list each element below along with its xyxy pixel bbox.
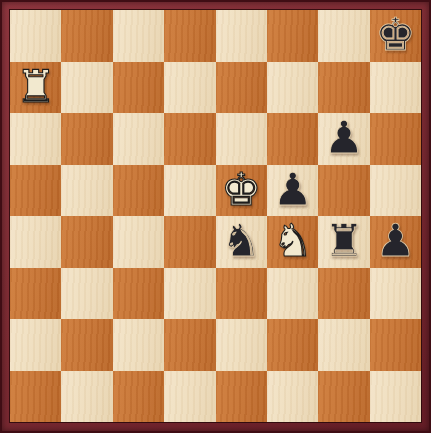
square-a2[interactable] [10,319,61,371]
square-b4[interactable] [61,216,112,268]
square-a8[interactable] [10,10,61,62]
square-b3[interactable] [61,268,112,320]
square-f3[interactable] [267,268,318,320]
square-d8[interactable] [164,10,215,62]
square-c3[interactable] [113,268,164,320]
square-f4[interactable]: ♞ [267,216,318,268]
square-d5[interactable] [164,165,215,217]
square-g5[interactable] [318,165,369,217]
black-pawn[interactable]: ♟ [324,115,364,160]
black-pawn[interactable]: ♟ [272,167,312,212]
square-b8[interactable] [61,10,112,62]
square-b5[interactable] [61,165,112,217]
square-d1[interactable] [164,371,215,423]
black-knight[interactable]: ♞ [221,218,261,263]
square-e7[interactable] [216,62,267,114]
square-f1[interactable] [267,371,318,423]
square-g2[interactable] [318,319,369,371]
square-e3[interactable] [216,268,267,320]
square-f5[interactable]: ♟ [267,165,318,217]
square-d7[interactable] [164,62,215,114]
square-e5[interactable]: ♚ [216,165,267,217]
square-c5[interactable] [113,165,164,217]
square-d2[interactable] [164,319,215,371]
square-b2[interactable] [61,319,112,371]
square-c4[interactable] [113,216,164,268]
square-h6[interactable] [370,113,421,165]
square-a3[interactable] [10,268,61,320]
square-g8[interactable] [318,10,369,62]
square-e8[interactable] [216,10,267,62]
square-h1[interactable] [370,371,421,423]
square-h4[interactable]: ♟ [370,216,421,268]
square-a4[interactable] [10,216,61,268]
square-g4[interactable]: ♜ [318,216,369,268]
white-king[interactable]: ♚ [221,167,261,212]
square-f7[interactable] [267,62,318,114]
chess-board: ♚♜♟♚♟♞♞♜♟ [10,10,421,422]
square-d6[interactable] [164,113,215,165]
square-g7[interactable] [318,62,369,114]
square-a1[interactable] [10,371,61,423]
square-e4[interactable]: ♞ [216,216,267,268]
white-rook[interactable]: ♜ [16,64,56,109]
square-a6[interactable] [10,113,61,165]
square-d4[interactable] [164,216,215,268]
square-a5[interactable] [10,165,61,217]
square-b1[interactable] [61,371,112,423]
square-h3[interactable] [370,268,421,320]
square-f6[interactable] [267,113,318,165]
black-pawn[interactable]: ♟ [375,218,415,263]
square-f8[interactable] [267,10,318,62]
square-e1[interactable] [216,371,267,423]
square-h2[interactable] [370,319,421,371]
square-b7[interactable] [61,62,112,114]
board-frame: ♚♜♟♚♟♞♞♜♟ [0,0,431,433]
square-h8[interactable]: ♚ [370,10,421,62]
square-f2[interactable] [267,319,318,371]
square-g6[interactable]: ♟ [318,113,369,165]
square-a7[interactable]: ♜ [10,62,61,114]
square-c6[interactable] [113,113,164,165]
square-d3[interactable] [164,268,215,320]
square-b6[interactable] [61,113,112,165]
square-h5[interactable] [370,165,421,217]
square-c7[interactable] [113,62,164,114]
square-c1[interactable] [113,371,164,423]
square-e6[interactable] [216,113,267,165]
white-knight[interactable]: ♞ [272,218,312,263]
black-king[interactable]: ♚ [375,12,415,57]
square-e2[interactable] [216,319,267,371]
square-h7[interactable] [370,62,421,114]
square-c2[interactable] [113,319,164,371]
square-c8[interactable] [113,10,164,62]
black-rook[interactable]: ♜ [324,218,364,263]
square-g3[interactable] [318,268,369,320]
square-g1[interactable] [318,371,369,423]
